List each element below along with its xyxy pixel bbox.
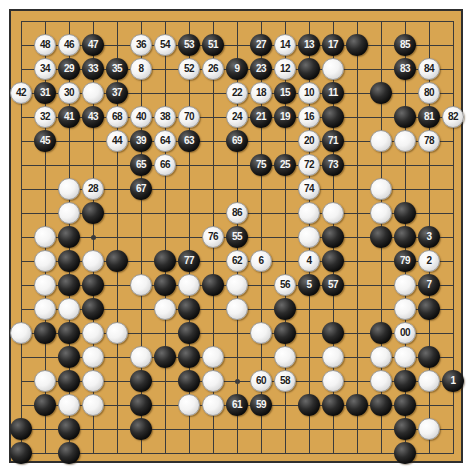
stone-white[interactable]: 30 — [58, 82, 80, 104]
stone-black[interactable] — [154, 346, 176, 368]
stone-black[interactable] — [106, 250, 128, 272]
stone-black[interactable]: 69 — [226, 130, 248, 152]
move-number: 23 — [256, 64, 266, 74]
move-number: 42 — [16, 88, 26, 98]
stone-black[interactable]: 57 — [322, 274, 344, 296]
stone-black[interactable] — [394, 202, 416, 224]
stone-white[interactable] — [418, 370, 440, 392]
move-number: 26 — [208, 64, 218, 74]
move-number: 35 — [112, 64, 122, 74]
move-number: 58 — [280, 376, 290, 386]
stone-white[interactable] — [322, 370, 344, 392]
stone-black[interactable] — [10, 442, 32, 464]
stone-white[interactable]: 48 — [34, 34, 56, 56]
move-number: 43 — [88, 112, 98, 122]
stone-white[interactable]: 14 — [274, 34, 296, 56]
stone-white[interactable]: 20 — [298, 130, 320, 152]
stone-black[interactable] — [178, 298, 200, 320]
stone-black[interactable] — [58, 418, 80, 440]
move-number: 14 — [280, 40, 290, 50]
stone-black[interactable] — [346, 34, 368, 56]
stone-white[interactable] — [202, 370, 224, 392]
stone-white[interactable] — [58, 178, 80, 200]
move-number: 85 — [400, 40, 410, 50]
stone-white[interactable]: 12 — [274, 58, 296, 80]
stone-white[interactable] — [34, 226, 56, 248]
stone-black[interactable] — [154, 250, 176, 272]
stone-white[interactable]: 00 — [394, 322, 416, 344]
stone-white[interactable]: 84 — [418, 58, 440, 80]
stone-black[interactable] — [10, 418, 32, 440]
stone-white[interactable]: 32 — [34, 106, 56, 128]
stone-black[interactable] — [82, 274, 104, 296]
stone-black[interactable] — [82, 298, 104, 320]
stone-white[interactable]: 2 — [418, 250, 440, 272]
stone-white[interactable]: 6 — [250, 250, 272, 272]
move-number: 71 — [328, 136, 338, 146]
move-number: 59 — [256, 400, 266, 410]
stone-black[interactable] — [394, 370, 416, 392]
stone-black[interactable] — [178, 322, 200, 344]
stone-white[interactable] — [154, 298, 176, 320]
stone-black[interactable]: 33 — [82, 58, 104, 80]
move-number: 76 — [208, 232, 218, 242]
stone-black[interactable]: 17 — [322, 34, 344, 56]
move-number: 60 — [256, 376, 266, 386]
stone-black[interactable] — [58, 226, 80, 248]
stone-black[interactable] — [274, 322, 296, 344]
stone-black[interactable] — [418, 298, 440, 320]
move-number: 63 — [184, 136, 194, 146]
stone-black[interactable] — [34, 394, 56, 416]
stone-black[interactable] — [298, 58, 320, 80]
stone-white[interactable]: 58 — [274, 370, 296, 392]
stone-black[interactable]: 47 — [82, 34, 104, 56]
stone-white[interactable] — [34, 370, 56, 392]
stone-black[interactable] — [322, 106, 344, 128]
stone-black[interactable] — [274, 298, 296, 320]
move-number: 86 — [232, 208, 242, 218]
stone-black[interactable] — [322, 322, 344, 344]
stone-white[interactable] — [322, 346, 344, 368]
stone-white[interactable] — [370, 130, 392, 152]
move-number: 72 — [304, 160, 314, 170]
move-number: 61 — [232, 400, 242, 410]
move-number: 33 — [88, 64, 98, 74]
stone-white[interactable] — [226, 298, 248, 320]
stone-white[interactable] — [322, 58, 344, 80]
stone-white[interactable]: 80 — [418, 82, 440, 104]
stone-black[interactable] — [130, 370, 152, 392]
move-number: 40 — [136, 112, 146, 122]
stone-white[interactable] — [274, 346, 296, 368]
stone-white[interactable] — [202, 346, 224, 368]
move-number: 31 — [40, 88, 50, 98]
stone-white[interactable] — [226, 274, 248, 296]
stone-black[interactable] — [58, 250, 80, 272]
stone-black[interactable] — [34, 322, 56, 344]
move-number: 44 — [112, 136, 122, 146]
move-number: 78 — [424, 136, 434, 146]
move-number: 51 — [208, 40, 218, 50]
move-number: 81 — [424, 112, 434, 122]
stone-black[interactable] — [370, 394, 392, 416]
stone-black[interactable] — [58, 370, 80, 392]
stone-black[interactable] — [58, 442, 80, 464]
stone-black[interactable]: 7 — [418, 274, 440, 296]
stone-black[interactable]: 73 — [322, 154, 344, 176]
move-number: 75 — [256, 160, 266, 170]
stone-black[interactable]: 81 — [418, 106, 440, 128]
move-number: 20 — [304, 136, 314, 146]
stone-black[interactable] — [58, 322, 80, 344]
stone-white[interactable] — [370, 370, 392, 392]
stone-black[interactable]: 83 — [394, 58, 416, 80]
stone-white[interactable] — [34, 274, 56, 296]
move-number: 82 — [448, 112, 458, 122]
stone-black[interactable] — [58, 274, 80, 296]
move-number: 17 — [328, 40, 338, 50]
stone-black[interactable]: 77 — [178, 250, 200, 272]
move-number: 28 — [88, 184, 98, 194]
move-number: 34 — [40, 64, 50, 74]
stone-white[interactable]: 4 — [298, 250, 320, 272]
move-number: 10 — [304, 88, 314, 98]
move-number: 64 — [160, 136, 170, 146]
move-number: 47 — [88, 40, 98, 50]
stone-white[interactable] — [82, 346, 104, 368]
stone-black[interactable]: 59 — [250, 394, 272, 416]
stone-black[interactable]: 41 — [58, 106, 80, 128]
move-number: 18 — [256, 88, 266, 98]
move-number: 13 — [304, 40, 314, 50]
move-number: 29 — [64, 64, 74, 74]
move-number: 53 — [184, 40, 194, 50]
stone-white[interactable]: 70 — [178, 106, 200, 128]
stone-white[interactable]: 34 — [34, 58, 56, 80]
move-number: 54 — [160, 40, 170, 50]
stone-black[interactable] — [370, 82, 392, 104]
stone-white[interactable]: 28 — [82, 178, 104, 200]
stone-black[interactable] — [394, 418, 416, 440]
stone-black[interactable] — [82, 202, 104, 224]
stone-black[interactable]: 37 — [106, 82, 128, 104]
stone-white[interactable] — [418, 418, 440, 440]
stone-black[interactable]: 27 — [250, 34, 272, 56]
stone-black[interactable]: 53 — [178, 34, 200, 56]
stone-white[interactable] — [202, 394, 224, 416]
stone-white[interactable] — [394, 130, 416, 152]
stone-white[interactable]: 22 — [226, 82, 248, 104]
stone-black[interactable]: 79 — [394, 250, 416, 272]
stone-black[interactable]: 85 — [394, 34, 416, 56]
move-number: 77 — [184, 256, 194, 266]
stone-white[interactable]: 76 — [202, 226, 224, 248]
move-number: 74 — [304, 184, 314, 194]
move-number: 38 — [160, 112, 170, 122]
stone-white[interactable] — [394, 274, 416, 296]
stone-black[interactable] — [394, 394, 416, 416]
stone-black[interactable]: 75 — [250, 154, 272, 176]
stone-white[interactable]: 78 — [418, 130, 440, 152]
stone-black[interactable] — [322, 394, 344, 416]
stone-black[interactable] — [370, 322, 392, 344]
move-number: 66 — [160, 160, 170, 170]
stone-white[interactable]: 74 — [298, 178, 320, 200]
stone-white[interactable]: 26 — [202, 58, 224, 80]
stone-white[interactable]: 68 — [106, 106, 128, 128]
stone-white[interactable]: 56 — [274, 274, 296, 296]
stone-white[interactable] — [250, 322, 272, 344]
stone-white[interactable]: 38 — [154, 106, 176, 128]
stone-black[interactable] — [394, 442, 416, 464]
move-number: 70 — [184, 112, 194, 122]
stone-black[interactable]: 23 — [250, 58, 272, 80]
move-number: 3 — [426, 232, 431, 242]
stone-black[interactable]: 21 — [250, 106, 272, 128]
stone-black[interactable] — [394, 226, 416, 248]
stone-black[interactable]: 61 — [226, 394, 248, 416]
move-number: 41 — [64, 112, 74, 122]
move-number: 4 — [306, 256, 311, 266]
move-number: 12 — [280, 64, 290, 74]
stone-black[interactable]: 35 — [106, 58, 128, 80]
move-number: 1 — [450, 376, 455, 386]
move-number: 7 — [426, 280, 431, 290]
move-number: 84 — [424, 64, 434, 74]
stone-white[interactable]: 86 — [226, 202, 248, 224]
move-number: 45 — [40, 136, 50, 146]
stone-black[interactable] — [394, 106, 416, 128]
move-number: 24 — [232, 112, 242, 122]
stone-black[interactable]: 45 — [34, 130, 56, 152]
stone-black[interactable] — [418, 346, 440, 368]
move-number: 30 — [64, 88, 74, 98]
stone-black[interactable]: 19 — [274, 106, 296, 128]
move-number: 65 — [136, 160, 146, 170]
go-board[interactable]: 4846473654535127141317853429333585226923… — [9, 9, 465, 465]
stone-white[interactable]: 36 — [130, 34, 152, 56]
stone-white[interactable]: 82 — [442, 106, 464, 128]
stone-white[interactable] — [370, 178, 392, 200]
stone-white[interactable] — [130, 274, 152, 296]
stone-white[interactable]: 64 — [154, 130, 176, 152]
stone-white[interactable]: 60 — [250, 370, 272, 392]
stone-white[interactable] — [370, 202, 392, 224]
stone-white[interactable] — [58, 394, 80, 416]
move-number: 37 — [112, 88, 122, 98]
stone-black[interactable]: 15 — [274, 82, 296, 104]
stone-white[interactable]: 52 — [178, 58, 200, 80]
stone-black[interactable] — [322, 250, 344, 272]
move-number: 73 — [328, 160, 338, 170]
stone-black[interactable]: 9 — [226, 58, 248, 80]
move-number: 79 — [400, 256, 410, 266]
move-number: 5 — [306, 280, 311, 290]
stone-white[interactable]: 24 — [226, 106, 248, 128]
move-number: 56 — [280, 280, 290, 290]
stone-white[interactable]: 8 — [130, 58, 152, 80]
stone-white[interactable] — [58, 298, 80, 320]
stone-white[interactable] — [82, 82, 104, 104]
move-number: 52 — [184, 64, 194, 74]
stone-black[interactable]: 63 — [178, 130, 200, 152]
stone-black[interactable] — [58, 346, 80, 368]
stone-white[interactable]: 72 — [298, 154, 320, 176]
move-number: 80 — [424, 88, 434, 98]
stone-white[interactable] — [370, 346, 392, 368]
move-number: 62 — [232, 256, 242, 266]
stone-black[interactable]: 5 — [298, 274, 320, 296]
move-number: 83 — [400, 64, 410, 74]
stone-white[interactable] — [10, 322, 32, 344]
move-number: 9 — [234, 64, 239, 74]
stone-white[interactable]: 46 — [58, 34, 80, 56]
stone-white[interactable]: 44 — [106, 130, 128, 152]
move-number: 19 — [280, 112, 290, 122]
move-number: 39 — [136, 136, 146, 146]
move-number: 46 — [64, 40, 74, 50]
stone-black[interactable] — [346, 394, 368, 416]
move-number: 22 — [232, 88, 242, 98]
stone-white[interactable] — [82, 322, 104, 344]
stone-white[interactable] — [58, 202, 80, 224]
stone-black[interactable] — [130, 418, 152, 440]
stone-white[interactable] — [82, 394, 104, 416]
stone-black[interactable]: 1 — [442, 370, 464, 392]
move-number: 55 — [232, 232, 242, 242]
stone-black[interactable]: 39 — [130, 130, 152, 152]
move-number: 8 — [138, 64, 143, 74]
move-number: 67 — [136, 184, 146, 194]
stone-black[interactable]: 31 — [34, 82, 56, 104]
stone-white[interactable] — [394, 346, 416, 368]
stone-black[interactable] — [202, 274, 224, 296]
move-number: 2 — [426, 256, 431, 266]
stone-black[interactable]: 67 — [130, 178, 152, 200]
stone-white[interactable]: 42 — [10, 82, 32, 104]
stone-white[interactable] — [82, 250, 104, 272]
stone-white[interactable]: 16 — [298, 106, 320, 128]
stone-white[interactable]: 18 — [250, 82, 272, 104]
move-number: 27 — [256, 40, 266, 50]
stone-white[interactable]: 62 — [226, 250, 248, 272]
move-number: 68 — [112, 112, 122, 122]
move-number: 16 — [304, 112, 314, 122]
stone-white[interactable] — [394, 298, 416, 320]
stone-black[interactable]: 13 — [298, 34, 320, 56]
move-number: 25 — [280, 160, 290, 170]
stone-black[interactable]: 25 — [274, 154, 296, 176]
stone-black[interactable]: 11 — [322, 82, 344, 104]
stone-black[interactable]: 3 — [418, 226, 440, 248]
stone-black[interactable] — [178, 370, 200, 392]
stone-white[interactable] — [178, 274, 200, 296]
stone-black[interactable] — [154, 274, 176, 296]
move-number: 6 — [258, 256, 263, 266]
stone-white[interactable]: 40 — [130, 106, 152, 128]
move-number: 32 — [40, 112, 50, 122]
move-number: 69 — [232, 136, 242, 146]
stone-white[interactable] — [106, 322, 128, 344]
stone-black[interactable]: 71 — [322, 130, 344, 152]
move-number: 11 — [328, 88, 338, 98]
stone-white[interactable] — [298, 202, 320, 224]
stone-black[interactable] — [178, 346, 200, 368]
move-number: 21 — [256, 112, 266, 122]
stone-white[interactable] — [34, 298, 56, 320]
stone-white[interactable]: 66 — [154, 154, 176, 176]
stone-white[interactable] — [130, 346, 152, 368]
stone-white[interactable] — [322, 202, 344, 224]
stone-black[interactable]: 55 — [226, 226, 248, 248]
stone-white[interactable] — [298, 226, 320, 248]
stone-black[interactable]: 51 — [202, 34, 224, 56]
stone-black[interactable] — [322, 226, 344, 248]
stone-black[interactable]: 29 — [58, 58, 80, 80]
move-number: 00 — [400, 328, 410, 338]
move-number: 36 — [136, 40, 146, 50]
stone-white[interactable] — [82, 370, 104, 392]
stone-black[interactable]: 65 — [130, 154, 152, 176]
stone-white[interactable]: 54 — [154, 34, 176, 56]
stone-black[interactable]: 43 — [82, 106, 104, 128]
stone-black[interactable] — [370, 226, 392, 248]
stone-white[interactable] — [178, 394, 200, 416]
stone-black[interactable] — [130, 394, 152, 416]
stone-white[interactable] — [34, 250, 56, 272]
move-number: 15 — [280, 88, 290, 98]
move-number: 57 — [328, 280, 338, 290]
stone-white[interactable]: 10 — [298, 82, 320, 104]
stone-black[interactable] — [298, 394, 320, 416]
move-number: 48 — [40, 40, 50, 50]
